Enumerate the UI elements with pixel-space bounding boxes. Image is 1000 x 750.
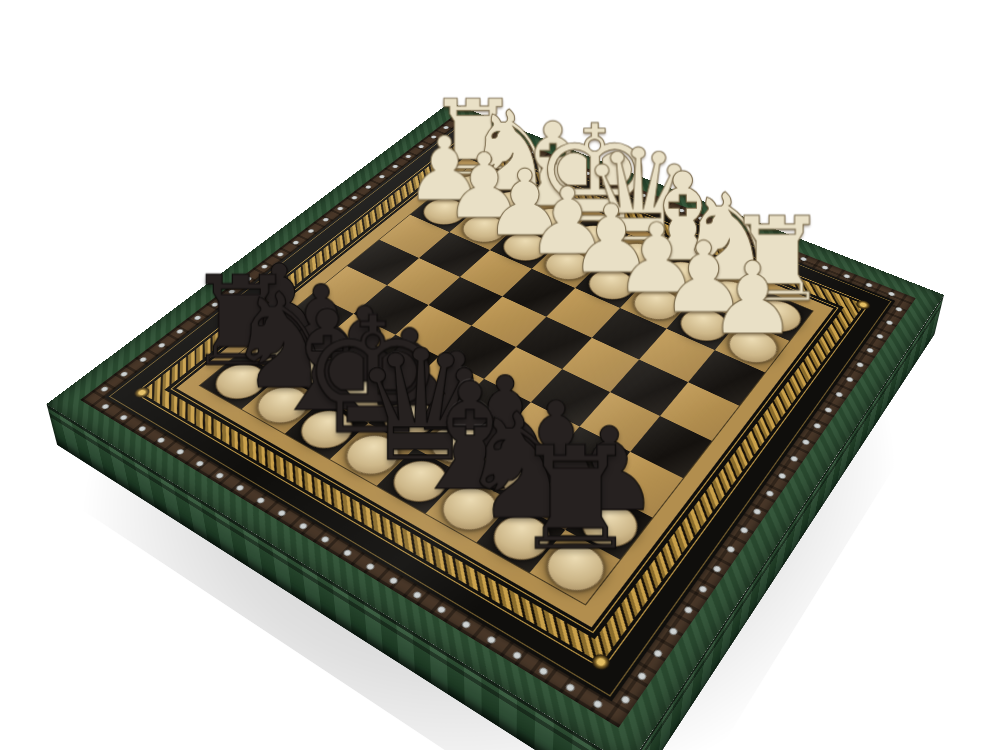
piece-glyph: ♜	[492, 431, 658, 566]
photo-stage: ♜♞♝♚♛♝♞♜♟♟♟♟♟♟♟♟♟♟♟♟♟♟♟♟♜♞♝♚♛♝♞♜	[0, 0, 1000, 750]
scene: ♜♞♝♚♛♝♞♜♟♟♟♟♟♟♟♟♟♟♟♟♟♟♟♟♜♞♝♚♛♝♞♜	[0, 0, 1000, 750]
chess-set: ♜♞♝♚♛♝♞♜♟♟♟♟♟♟♟♟♟♟♟♟♟♟♟♟♜♞♝♚♛♝♞♜	[80, 116, 916, 728]
corner-rosette	[589, 651, 613, 673]
